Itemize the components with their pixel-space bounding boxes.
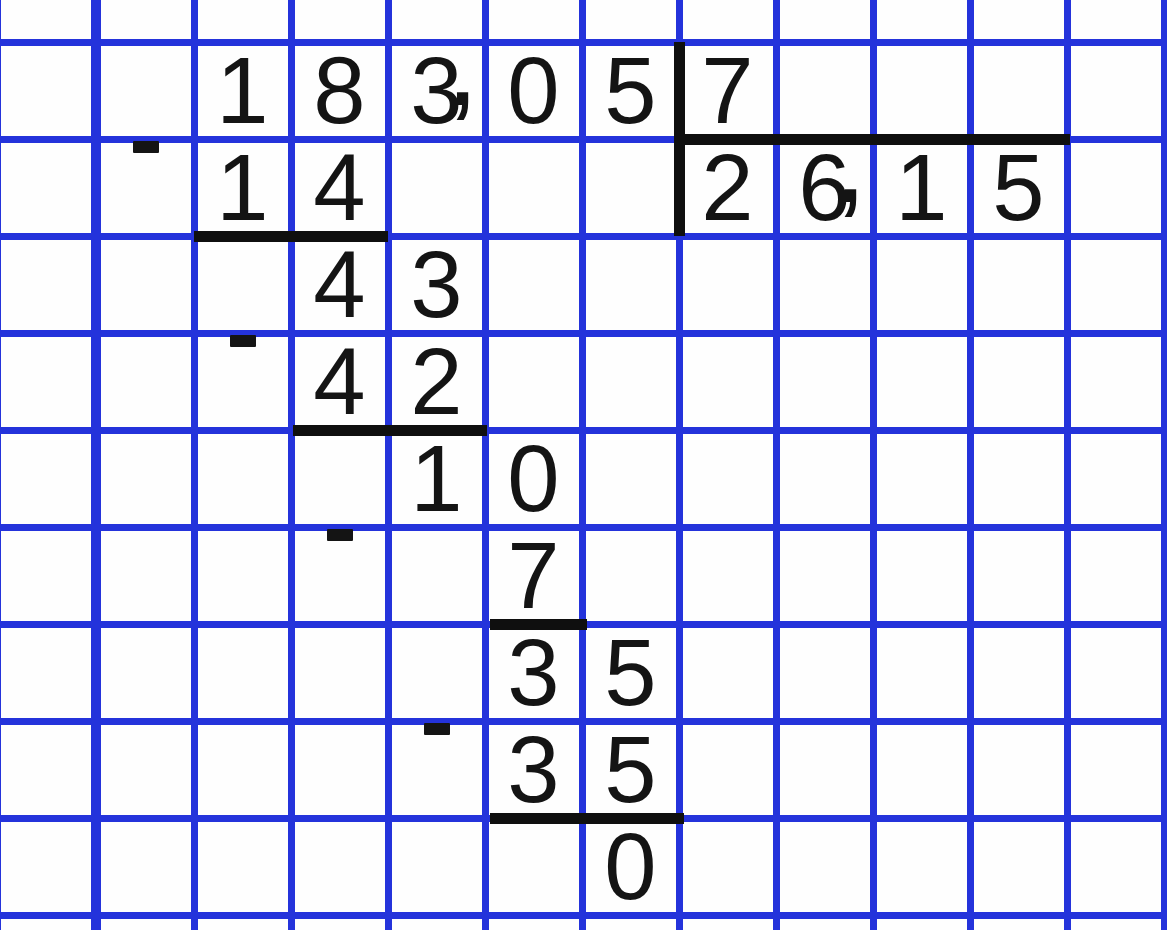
digit-cell-r6c5: 7 <box>485 527 582 624</box>
digit: 2 <box>410 335 462 429</box>
digit-cell-r3c4: 3 <box>388 236 485 333</box>
squared-paper-worksheet: 183,0571426,15434210735350 <box>0 0 1167 930</box>
digit-cell-r2c2: 1 <box>194 139 291 236</box>
digit-cell-r2c3: 4 <box>291 139 388 236</box>
decimal-comma: , <box>834 102 867 220</box>
digit-cell-r2c7: 2 <box>679 139 776 236</box>
minus-sign <box>424 723 450 735</box>
digit-cell-r1c7: 7 <box>679 42 776 139</box>
digit: 5 <box>992 141 1044 235</box>
minus-sign <box>327 529 353 541</box>
digit: 5 <box>604 44 656 138</box>
division-bracket-horizontal <box>679 134 1070 145</box>
digit-cell-r9c6: 0 <box>582 818 679 915</box>
digit-cell-r1c4: 3, <box>388 42 485 139</box>
digit-cell-r8c5: 3 <box>485 721 582 818</box>
digit: 1 <box>216 44 268 138</box>
digit-cell-r7c6: 5 <box>582 624 679 721</box>
digit-cell-r4c4: 2 <box>388 333 485 430</box>
digit-cell-r1c2: 1 <box>194 42 291 139</box>
digit: 0 <box>507 44 559 138</box>
digit: 7 <box>701 44 753 138</box>
decimal-comma: , <box>446 5 479 123</box>
digit-cell-r3c3: 4 <box>291 236 388 333</box>
digit-cell-r4c3: 4 <box>291 333 388 430</box>
subtraction-line-4 <box>490 813 684 824</box>
digit: 4 <box>313 335 365 429</box>
digit-cell-r8c6: 5 <box>582 721 679 818</box>
digit: 8 <box>313 44 365 138</box>
digit-cell-r1c3: 8 <box>291 42 388 139</box>
subtraction-line-3 <box>490 619 587 630</box>
digit: 5 <box>604 626 656 720</box>
digit-cell-r5c5: 0 <box>485 430 582 527</box>
subtraction-line-2 <box>293 425 487 436</box>
digit: 5 <box>604 723 656 817</box>
minus-sign <box>230 335 256 347</box>
digit: 1 <box>216 141 268 235</box>
digit: 0 <box>604 820 656 914</box>
digit: 4 <box>313 141 365 235</box>
digit-cell-r2c8: 6, <box>776 139 873 236</box>
digit: 2 <box>701 141 753 235</box>
digit-cell-r1c6: 5 <box>582 42 679 139</box>
digit: 3 <box>507 626 559 720</box>
digit: 1 <box>895 141 947 235</box>
digit-cell-r2c10: 5 <box>970 139 1067 236</box>
subtraction-line-1 <box>194 231 388 242</box>
digit-cell-r5c4: 1 <box>388 430 485 527</box>
digit: 0 <box>507 432 559 526</box>
digit-cell-r2c9: 1 <box>873 139 970 236</box>
digit: 7 <box>507 529 559 623</box>
digit: 3 <box>507 723 559 817</box>
digit: 3 <box>410 238 462 332</box>
digit: 4 <box>313 238 365 332</box>
digit-cell-r7c5: 3 <box>485 624 582 721</box>
minus-sign <box>133 141 159 153</box>
digit: 1 <box>410 432 462 526</box>
digit-cell-r1c5: 0 <box>485 42 582 139</box>
